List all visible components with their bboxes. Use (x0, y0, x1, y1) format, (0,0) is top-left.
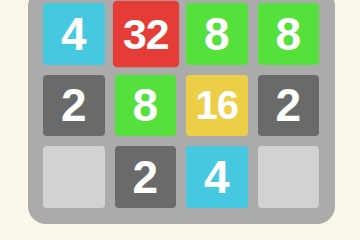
game-screen: 432882816224 (0, 0, 360, 240)
tile-8: 8 (115, 75, 177, 137)
tile-4: 4 (43, 3, 105, 65)
empty-cell (258, 146, 320, 208)
empty-cell (43, 146, 105, 208)
tile-8: 8 (186, 3, 248, 65)
tile-2: 2 (115, 146, 177, 208)
tile-2: 2 (258, 75, 320, 137)
tile-grid: 432882816224 (43, 3, 319, 208)
tile-8: 8 (258, 3, 320, 65)
tile-16: 16 (186, 75, 248, 137)
tile-32: 32 (112, 1, 178, 67)
board[interactable]: 432882816224 (28, 0, 335, 224)
tile-4: 4 (186, 146, 248, 208)
tile-2: 2 (43, 75, 105, 137)
